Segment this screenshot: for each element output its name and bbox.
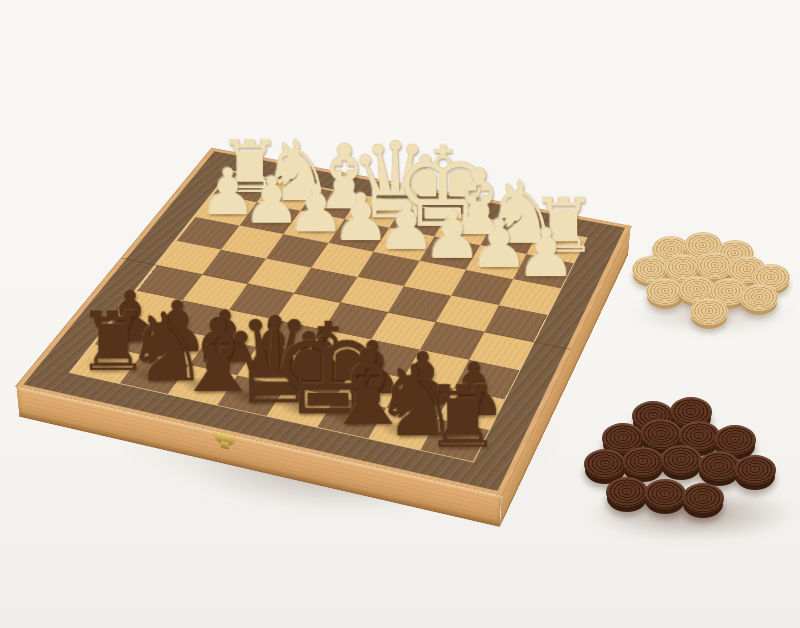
checker-dark[interactable]	[682, 483, 724, 513]
checker-light[interactable]	[690, 298, 728, 325]
checker-dark[interactable]	[584, 449, 626, 479]
checkers-pile-light	[628, 232, 793, 342]
square[interactable]: ♟	[513, 254, 574, 288]
checker-dark[interactable]	[734, 455, 776, 485]
scene: ♜♞♝♛♚♝♞♜♟♟♟♟♟♟♟♟♟♟♟♟♟♟♟♟♜♞♝♛♚♝♞♜	[0, 0, 800, 628]
clasp-hook	[220, 441, 228, 450]
checker-dark[interactable]	[644, 479, 686, 509]
square[interactable]: ♜	[420, 419, 489, 462]
checker-light[interactable]	[740, 284, 778, 311]
checker-dark[interactable]	[622, 447, 664, 477]
checker-dark[interactable]	[606, 477, 648, 507]
brass-clasp-icon[interactable]	[212, 431, 237, 452]
checker-dark[interactable]	[660, 445, 702, 475]
checkers-pile-dark	[582, 395, 792, 545]
piece-dark-rook[interactable]: ♜	[76, 301, 128, 383]
piece-light-pawn[interactable]: ♟	[377, 194, 425, 260]
